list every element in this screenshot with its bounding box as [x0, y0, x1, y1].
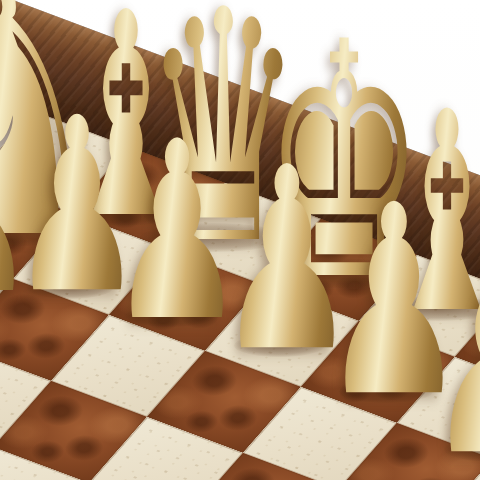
pieces-layer: ♞♝♛♚♝♟♟♟♟♟♟: [0, 0, 480, 480]
chess-set-photo: ♞♝♛♚♝♟♟♟♟♟♟: [0, 0, 480, 480]
piece-pawn-f7: ♟: [425, 216, 480, 480]
